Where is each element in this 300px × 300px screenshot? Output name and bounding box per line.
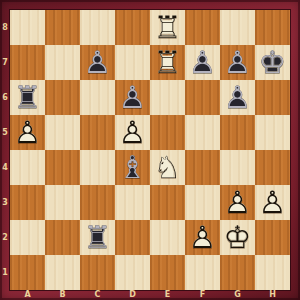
piece-black-rook[interactable]: ♜♖	[10, 80, 45, 115]
square-f2[interactable]: ♟♙	[185, 220, 220, 255]
file-label-a: A	[10, 289, 45, 300]
square-h3[interactable]: ♟♙	[255, 185, 290, 220]
square-a2[interactable]	[10, 220, 45, 255]
file-label-e: E	[150, 289, 185, 300]
rank-label-1: 1	[0, 255, 10, 290]
square-b5[interactable]	[45, 115, 80, 150]
piece-black-pawn[interactable]: ♟♙	[220, 45, 255, 80]
square-c2[interactable]: ♜♖	[80, 220, 115, 255]
square-f5[interactable]	[185, 115, 220, 150]
chess-diagram: 87654321 ♜♖♟♙♜♖♟♙♟♙♚♔♜♖♟♙♟♙♟♙♟♙♝♗♞♘♟♙♟♙♜…	[0, 0, 300, 300]
piece-black-pawn[interactable]: ♟♙	[220, 80, 255, 115]
square-c4[interactable]	[80, 150, 115, 185]
square-h2[interactable]	[255, 220, 290, 255]
chess-board: ♜♖♟♙♜♖♟♙♟♙♚♔♜♖♟♙♟♙♟♙♟♙♝♗♞♘♟♙♟♙♜♖♟♙♚♔	[10, 10, 290, 290]
rook-outline-glyph: ♖	[80, 220, 115, 255]
square-c1[interactable]	[80, 255, 115, 290]
pawn-fill-glyph: ♟	[115, 80, 150, 115]
piece-white-pawn[interactable]: ♟♙	[185, 220, 220, 255]
square-f8[interactable]	[185, 10, 220, 45]
square-e3[interactable]	[150, 185, 185, 220]
piece-white-pawn[interactable]: ♟♙	[255, 185, 290, 220]
pawn-outline-glyph: ♙	[185, 220, 220, 255]
piece-white-king[interactable]: ♚♔	[220, 220, 255, 255]
piece-white-pawn[interactable]: ♟♙	[10, 115, 45, 150]
square-b4[interactable]	[45, 150, 80, 185]
square-e8[interactable]: ♜♖	[150, 10, 185, 45]
pawn-fill-glyph: ♟	[185, 220, 220, 255]
file-label-g: G	[220, 289, 255, 300]
rank-label-7: 7	[0, 45, 10, 80]
square-a5[interactable]: ♟♙	[10, 115, 45, 150]
square-g6[interactable]: ♟♙	[220, 80, 255, 115]
piece-white-rook[interactable]: ♜♖	[150, 10, 185, 45]
file-labels: ABCDEFGH	[10, 289, 290, 300]
knight-fill-glyph: ♞	[150, 150, 185, 185]
square-d2[interactable]	[115, 220, 150, 255]
square-c7[interactable]: ♟♙	[80, 45, 115, 80]
rank-label-8: 8	[0, 10, 10, 45]
square-c5[interactable]	[80, 115, 115, 150]
rook-fill-glyph: ♜	[150, 10, 185, 45]
square-h6[interactable]	[255, 80, 290, 115]
piece-black-king[interactable]: ♚♔	[255, 45, 290, 80]
square-c3[interactable]	[80, 185, 115, 220]
square-d4[interactable]: ♝♗	[115, 150, 150, 185]
pawn-outline-glyph: ♙	[220, 80, 255, 115]
pawn-outline-glyph: ♙	[255, 185, 290, 220]
square-a7[interactable]	[10, 45, 45, 80]
square-b6[interactable]	[45, 80, 80, 115]
pawn-fill-glyph: ♟	[255, 185, 290, 220]
pawn-fill-glyph: ♟	[220, 45, 255, 80]
square-g3[interactable]: ♟♙	[220, 185, 255, 220]
bishop-outline-glyph: ♗	[115, 150, 150, 185]
pawn-fill-glyph: ♟	[220, 80, 255, 115]
piece-black-rook[interactable]: ♜♖	[80, 220, 115, 255]
square-g5[interactable]	[220, 115, 255, 150]
square-e7[interactable]: ♜♖	[150, 45, 185, 80]
pawn-outline-glyph: ♙	[10, 115, 45, 150]
square-h5[interactable]	[255, 115, 290, 150]
square-f3[interactable]	[185, 185, 220, 220]
square-e6[interactable]	[150, 80, 185, 115]
square-g8[interactable]	[220, 10, 255, 45]
piece-black-pawn[interactable]: ♟♙	[115, 80, 150, 115]
square-d7[interactable]	[115, 45, 150, 80]
square-h7[interactable]: ♚♔	[255, 45, 290, 80]
pawn-fill-glyph: ♟	[220, 185, 255, 220]
rook-outline-glyph: ♖	[150, 45, 185, 80]
square-g2[interactable]: ♚♔	[220, 220, 255, 255]
pawn-outline-glyph: ♙	[185, 45, 220, 80]
king-outline-glyph: ♔	[255, 45, 290, 80]
square-b2[interactable]	[45, 220, 80, 255]
bishop-fill-glyph: ♝	[115, 150, 150, 185]
square-h8[interactable]	[255, 10, 290, 45]
square-g4[interactable]	[220, 150, 255, 185]
square-b7[interactable]	[45, 45, 80, 80]
rook-outline-glyph: ♖	[10, 80, 45, 115]
square-e2[interactable]	[150, 220, 185, 255]
rank-label-6: 6	[0, 80, 10, 115]
square-c8[interactable]	[80, 10, 115, 45]
piece-white-knight[interactable]: ♞♘	[150, 150, 185, 185]
rank-labels: 87654321	[0, 10, 10, 290]
square-e4[interactable]: ♞♘	[150, 150, 185, 185]
square-a6[interactable]: ♜♖	[10, 80, 45, 115]
rank-label-5: 5	[0, 115, 10, 150]
square-f1[interactable]	[185, 255, 220, 290]
square-f4[interactable]	[185, 150, 220, 185]
square-e1[interactable]	[150, 255, 185, 290]
file-label-h: H	[255, 289, 290, 300]
pawn-outline-glyph: ♙	[220, 45, 255, 80]
square-h1[interactable]	[255, 255, 290, 290]
file-label-b: B	[45, 289, 80, 300]
square-a3[interactable]	[10, 185, 45, 220]
square-e5[interactable]	[150, 115, 185, 150]
square-f7[interactable]: ♟♙	[185, 45, 220, 80]
square-a4[interactable]	[10, 150, 45, 185]
pawn-outline-glyph: ♙	[115, 115, 150, 150]
pawn-outline-glyph: ♙	[220, 185, 255, 220]
square-d3[interactable]	[115, 185, 150, 220]
rook-outline-glyph: ♖	[150, 10, 185, 45]
piece-white-pawn[interactable]: ♟♙	[220, 185, 255, 220]
piece-white-rook[interactable]: ♜♖	[150, 45, 185, 80]
rook-fill-glyph: ♜	[150, 45, 185, 80]
square-a8[interactable]	[10, 10, 45, 45]
square-g7[interactable]: ♟♙	[220, 45, 255, 80]
king-outline-glyph: ♔	[220, 220, 255, 255]
king-fill-glyph: ♚	[220, 220, 255, 255]
square-c6[interactable]	[80, 80, 115, 115]
square-d1[interactable]	[115, 255, 150, 290]
knight-outline-glyph: ♘	[150, 150, 185, 185]
square-b3[interactable]	[45, 185, 80, 220]
file-label-d: D	[115, 289, 150, 300]
pawn-fill-glyph: ♟	[185, 45, 220, 80]
pawn-fill-glyph: ♟	[115, 115, 150, 150]
square-a1[interactable]	[10, 255, 45, 290]
rank-label-4: 4	[0, 150, 10, 185]
file-label-c: C	[80, 289, 115, 300]
square-d8[interactable]	[115, 10, 150, 45]
rank-label-2: 2	[0, 220, 10, 255]
pawn-outline-glyph: ♙	[115, 80, 150, 115]
square-h4[interactable]	[255, 150, 290, 185]
piece-black-pawn[interactable]: ♟♙	[80, 45, 115, 80]
piece-white-pawn[interactable]: ♟♙	[115, 115, 150, 150]
piece-black-pawn[interactable]: ♟♙	[185, 45, 220, 80]
square-b1[interactable]	[45, 255, 80, 290]
rank-label-3: 3	[0, 185, 10, 220]
square-f6[interactable]	[185, 80, 220, 115]
square-d5[interactable]: ♟♙	[115, 115, 150, 150]
square-d6[interactable]: ♟♙	[115, 80, 150, 115]
pawn-outline-glyph: ♙	[80, 45, 115, 80]
pawn-fill-glyph: ♟	[80, 45, 115, 80]
king-fill-glyph: ♚	[255, 45, 290, 80]
piece-black-bishop[interactable]: ♝♗	[115, 150, 150, 185]
rook-fill-glyph: ♜	[80, 220, 115, 255]
pawn-fill-glyph: ♟	[10, 115, 45, 150]
square-g1[interactable]	[220, 255, 255, 290]
file-label-f: F	[185, 289, 220, 300]
square-b8[interactable]	[45, 10, 80, 45]
rook-fill-glyph: ♜	[10, 80, 45, 115]
